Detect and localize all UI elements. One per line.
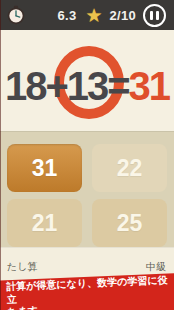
info-row: たし算 中級 xyxy=(0,248,174,274)
difficulty-label: 中級 xyxy=(146,260,166,274)
choice-button-21[interactable]: 21 xyxy=(7,199,82,247)
ad-banner[interactable] xyxy=(0,273,174,310)
choice-button-25[interactable]: 25 xyxy=(92,199,167,247)
question-progress: 2/10 xyxy=(109,8,136,23)
operand-b: 13 xyxy=(67,64,108,109)
answer-choices: 31 22 21 25 xyxy=(0,131,174,247)
star-icon: ★ xyxy=(85,6,102,25)
pause-button[interactable] xyxy=(143,4,166,27)
mode-label: たし算 xyxy=(7,260,37,274)
equation-area: 18+13=31 xyxy=(0,30,174,131)
app-screen: 6.3 ★ 2/10 18+13=31 31 22 21 25 たし算 中級 計… xyxy=(0,0,174,310)
equals-sign: = xyxy=(107,64,128,109)
alarm-clock-icon xyxy=(6,5,26,25)
choice-button-31[interactable]: 31 xyxy=(7,144,82,192)
entered-answer: 31 xyxy=(129,64,170,109)
choice-button-22[interactable]: 22 xyxy=(92,144,167,192)
bottom-area: たし算 中級 計算が得意になり、数学の学習に役立 ちます。 xyxy=(0,247,174,310)
operand-a: 18 xyxy=(5,64,46,109)
equation: 18+13=31 xyxy=(0,30,174,131)
operator-plus: + xyxy=(45,64,66,109)
timer-value: 6.3 xyxy=(57,8,76,23)
topbar: 6.3 ★ 2/10 xyxy=(0,0,174,30)
